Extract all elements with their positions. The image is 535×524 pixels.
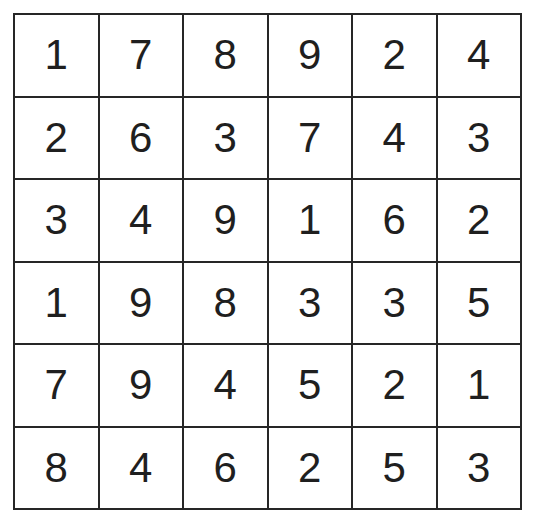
grid-cell-r1c3: 7: [269, 98, 352, 179]
grid-cell-r0c3: 9: [269, 15, 352, 96]
grid-cell-r0c0: 1: [15, 15, 98, 96]
grid-cell-r5c2: 6: [184, 428, 267, 509]
grid-cell-r4c2: 4: [184, 345, 267, 426]
grid-cell-r2c0: 3: [15, 180, 98, 261]
grid-cell-r1c4: 4: [353, 98, 436, 179]
grid-cell-r2c2: 9: [184, 180, 267, 261]
grid-cell-r5c0: 8: [15, 428, 98, 509]
grid-cell-r0c5: 4: [438, 15, 521, 96]
grid-cell-r3c1: 9: [100, 263, 183, 344]
grid-cell-r0c4: 2: [353, 15, 436, 96]
grid-cell-r2c4: 6: [353, 180, 436, 261]
grid-cell-r3c5: 5: [438, 263, 521, 344]
grid-cell-r4c3: 5: [269, 345, 352, 426]
grid-cell-r3c2: 8: [184, 263, 267, 344]
grid-cell-r2c5: 2: [438, 180, 521, 261]
grid-cell-r1c2: 3: [184, 98, 267, 179]
grid-cell-r1c5: 3: [438, 98, 521, 179]
grid-cell-r4c0: 7: [15, 345, 98, 426]
grid-cell-r1c0: 2: [15, 98, 98, 179]
grid-cell-r5c3: 2: [269, 428, 352, 509]
grid-cell-r3c3: 3: [269, 263, 352, 344]
number-grid-board: 1 7 8 9 2 4 2 6 3 7 4 3 3 4 9 1 6 2 1 9 …: [13, 13, 522, 510]
grid-cell-r3c4: 3: [353, 263, 436, 344]
grid-cell-r5c5: 3: [438, 428, 521, 509]
grid-cell-r0c1: 7: [100, 15, 183, 96]
grid-cell-r5c4: 5: [353, 428, 436, 509]
grid-cell-r4c1: 9: [100, 345, 183, 426]
grid-cell-r4c5: 1: [438, 345, 521, 426]
grid-cell-r3c0: 1: [15, 263, 98, 344]
grid-cell-r2c1: 4: [100, 180, 183, 261]
grid-cell-r1c1: 6: [100, 98, 183, 179]
grid-cell-r2c3: 1: [269, 180, 352, 261]
grid-cell-r5c1: 4: [100, 428, 183, 509]
grid-cell-r4c4: 2: [353, 345, 436, 426]
grid-cell-r0c2: 8: [184, 15, 267, 96]
